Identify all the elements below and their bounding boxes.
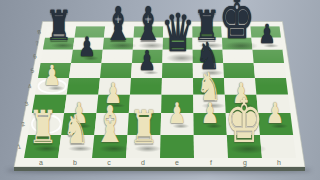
square-f3[interactable] — [193, 95, 226, 114]
file-label-f: f — [210, 159, 212, 166]
file-label-e: e — [175, 159, 179, 166]
square-b1[interactable] — [58, 135, 94, 158]
square-h6[interactable] — [252, 50, 284, 64]
square-b8[interactable] — [75, 27, 106, 38]
square-c3[interactable] — [96, 95, 129, 114]
square-e7[interactable] — [163, 38, 193, 50]
square-b2[interactable] — [61, 113, 96, 135]
square-c1[interactable] — [92, 135, 127, 158]
square-h7[interactable] — [251, 38, 282, 50]
square-g8[interactable] — [221, 27, 251, 38]
square-b5[interactable] — [69, 63, 101, 78]
square-a7[interactable] — [43, 38, 75, 50]
chess-board: abcdefgh12345678 — [0, 0, 320, 180]
square-f4[interactable] — [193, 78, 225, 95]
square-c6[interactable] — [101, 50, 132, 64]
square-c4[interactable] — [98, 78, 131, 95]
square-b3[interactable] — [64, 95, 98, 114]
square-f6[interactable] — [193, 50, 224, 64]
square-c8[interactable] — [104, 27, 134, 38]
square-d5[interactable] — [131, 63, 162, 78]
square-c5[interactable] — [100, 63, 132, 78]
square-b7[interactable] — [73, 38, 104, 50]
square-h3[interactable] — [256, 95, 290, 114]
square-c2[interactable] — [94, 113, 129, 135]
square-d8[interactable] — [134, 27, 164, 38]
square-a3[interactable] — [32, 95, 67, 114]
square-e2[interactable] — [161, 113, 194, 135]
square-e6[interactable] — [162, 50, 192, 64]
square-g4[interactable] — [224, 78, 256, 95]
square-h4[interactable] — [255, 78, 288, 95]
square-h2[interactable] — [258, 113, 293, 135]
square-d1[interactable] — [126, 135, 161, 158]
square-f5[interactable] — [193, 63, 224, 78]
square-d6[interactable] — [132, 50, 163, 64]
scene: abcdefgh12345678 ♟♚♜♝♝♜♛♟♞♟♟♟♞♟♟♟♟♟♚♜♝♞♜ — [0, 0, 320, 180]
square-e1[interactable] — [160, 135, 194, 158]
square-f8[interactable] — [192, 27, 222, 38]
square-e4[interactable] — [162, 78, 194, 95]
square-g6[interactable] — [223, 50, 254, 64]
square-g3[interactable] — [225, 95, 258, 114]
square-a5[interactable] — [38, 63, 71, 78]
file-label-d: d — [141, 159, 145, 166]
square-e3[interactable] — [161, 95, 193, 114]
square-d7[interactable] — [133, 38, 163, 50]
square-e8[interactable] — [163, 27, 192, 38]
square-b6[interactable] — [71, 50, 103, 64]
file-label-a: a — [39, 159, 43, 166]
file-label-c: c — [107, 159, 111, 166]
square-a6[interactable] — [41, 50, 73, 64]
square-h5[interactable] — [254, 63, 286, 78]
square-c7[interactable] — [103, 38, 134, 50]
square-h8[interactable] — [250, 27, 280, 38]
square-f2[interactable] — [193, 113, 226, 135]
file-label-b: b — [73, 159, 77, 166]
square-g5[interactable] — [223, 63, 255, 78]
square-f7[interactable] — [192, 38, 222, 50]
square-h1[interactable] — [260, 135, 296, 158]
square-e5[interactable] — [162, 63, 193, 78]
square-g1[interactable] — [227, 135, 262, 158]
square-g7[interactable] — [222, 38, 253, 50]
square-a8[interactable] — [45, 27, 76, 38]
file-label-g: g — [243, 159, 247, 167]
square-f1[interactable] — [194, 135, 228, 158]
square-d2[interactable] — [127, 113, 161, 135]
square-d3[interactable] — [129, 95, 162, 114]
board-front-edge — [14, 167, 305, 171]
square-b4[interactable] — [67, 78, 100, 95]
file-label-h: h — [277, 159, 281, 166]
square-a2[interactable] — [28, 113, 64, 135]
square-g2[interactable] — [226, 113, 260, 135]
square-a4[interactable] — [35, 78, 69, 95]
square-d4[interactable] — [130, 78, 162, 95]
square-a1[interactable] — [24, 135, 61, 158]
